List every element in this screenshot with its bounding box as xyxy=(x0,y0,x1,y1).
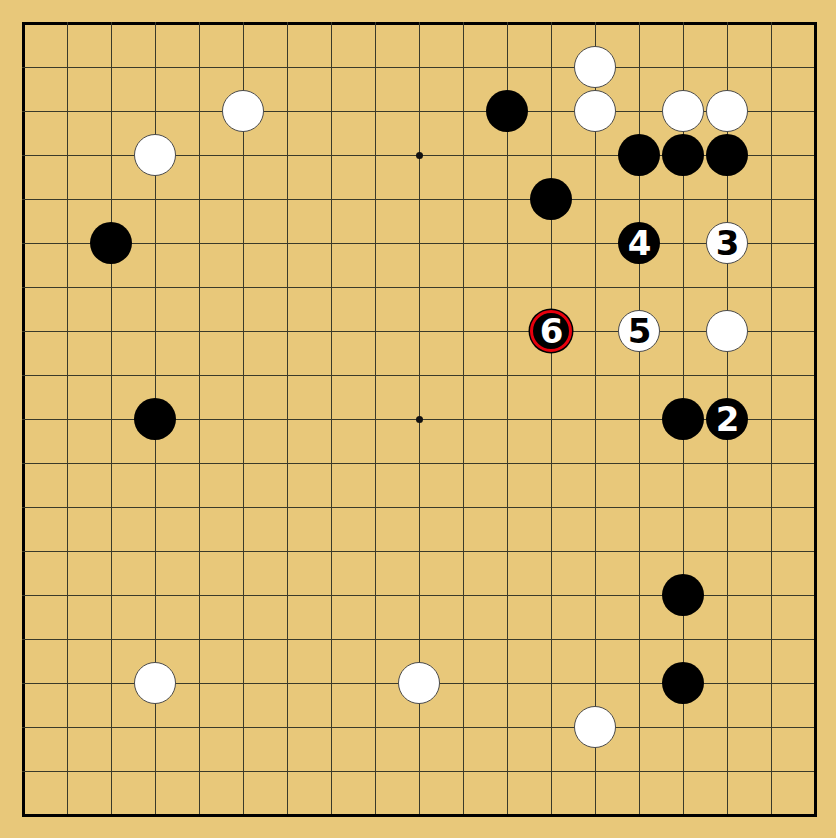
black-stone-P14: 4 xyxy=(618,222,660,264)
black-stone-M17 xyxy=(486,90,528,132)
white-stone-R14: 3 xyxy=(706,222,748,264)
white-stone-Q17 xyxy=(662,90,704,132)
grid-line-horizontal xyxy=(22,771,817,772)
black-stone-Q4 xyxy=(662,662,704,704)
white-stone-R12 xyxy=(706,310,748,352)
black-stone-C14 xyxy=(90,222,132,264)
black-stone-P16 xyxy=(618,134,660,176)
move-number-4: 4 xyxy=(628,226,651,260)
grid-line-vertical xyxy=(771,22,772,817)
white-stone-K4 xyxy=(398,662,440,704)
black-stone-Q6 xyxy=(662,574,704,616)
go-diagram: 43652 xyxy=(0,0,836,838)
black-stone-Q16 xyxy=(662,134,704,176)
white-stone-F17 xyxy=(222,90,264,132)
black-stone-N15 xyxy=(530,178,572,220)
grid-line-vertical xyxy=(595,22,596,817)
grid-line-vertical xyxy=(507,22,508,817)
grid-line-horizontal xyxy=(22,551,817,552)
black-stone-Q10 xyxy=(662,398,704,440)
black-stone-R16 xyxy=(706,134,748,176)
grid-line-vertical xyxy=(551,22,552,817)
move-number-2: 2 xyxy=(716,402,739,436)
last-move-black-stone-N12: 6 xyxy=(530,310,572,352)
black-stone-D10 xyxy=(134,398,176,440)
move-number-6: 6 xyxy=(540,314,563,348)
black-stone-R10: 2 xyxy=(706,398,748,440)
star-point xyxy=(416,152,423,159)
white-stone-D4 xyxy=(134,662,176,704)
grid-line-horizontal xyxy=(22,463,817,464)
go-board[interactable]: 43652 xyxy=(0,0,836,838)
grid-line-horizontal xyxy=(22,814,817,817)
grid-line-horizontal xyxy=(22,507,817,508)
grid-line-vertical xyxy=(814,22,817,817)
grid-line-vertical xyxy=(463,22,464,817)
grid-line-horizontal xyxy=(22,727,817,728)
move-number-3: 3 xyxy=(716,226,739,260)
white-stone-O17 xyxy=(574,90,616,132)
move-number-5: 5 xyxy=(628,314,651,348)
white-stone-O18 xyxy=(574,46,616,88)
star-point xyxy=(416,416,423,423)
white-stone-O3 xyxy=(574,706,616,748)
grid-line-horizontal xyxy=(22,639,817,640)
white-stone-R17 xyxy=(706,90,748,132)
white-stone-D16 xyxy=(134,134,176,176)
white-stone-P12: 5 xyxy=(618,310,660,352)
